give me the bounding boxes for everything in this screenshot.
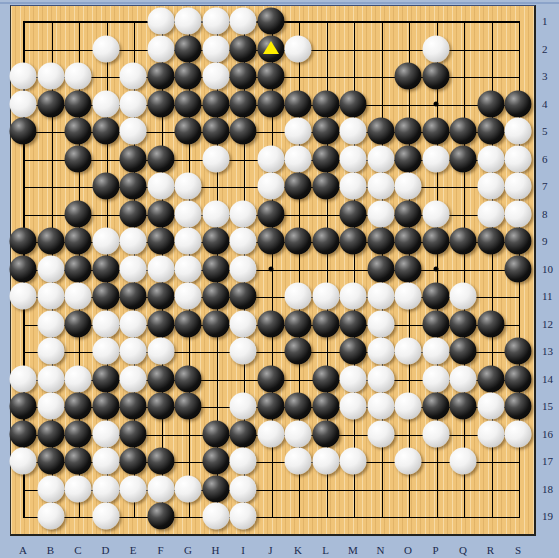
- black-stone: [505, 393, 532, 420]
- white-stone: [230, 338, 257, 365]
- black-stone: [450, 338, 477, 365]
- white-stone: [367, 310, 394, 337]
- white-stone: [175, 475, 202, 502]
- black-stone: [120, 448, 147, 475]
- white-stone: [230, 255, 257, 282]
- white-stone: [37, 338, 64, 365]
- row-label-9: 9: [542, 236, 548, 247]
- black-stone: [230, 283, 257, 310]
- black-stone: [10, 118, 37, 145]
- white-stone: [285, 420, 312, 447]
- white-stone: [175, 255, 202, 282]
- white-stone: [202, 63, 229, 90]
- column-label-I: I: [241, 545, 245, 556]
- row-label-8: 8: [542, 208, 548, 219]
- black-stone: [477, 228, 504, 255]
- white-stone: [367, 173, 394, 200]
- white-stone: [285, 145, 312, 172]
- white-stone: [37, 310, 64, 337]
- white-stone: [477, 145, 504, 172]
- black-stone: [92, 173, 119, 200]
- white-stone: [92, 338, 119, 365]
- white-stone: [120, 118, 147, 145]
- white-stone: [395, 338, 422, 365]
- black-stone: [230, 90, 257, 117]
- black-stone: [230, 63, 257, 90]
- black-stone: [175, 63, 202, 90]
- column-label-H: H: [212, 545, 220, 556]
- black-stone: [340, 310, 367, 337]
- column-label-Q: Q: [459, 545, 467, 556]
- black-stone: [450, 393, 477, 420]
- black-stone: [312, 393, 339, 420]
- white-stone: [120, 63, 147, 90]
- white-stone: [477, 393, 504, 420]
- white-stone: [422, 365, 449, 392]
- black-stone: [202, 228, 229, 255]
- black-stone: [37, 448, 64, 475]
- black-stone: [65, 200, 92, 227]
- white-stone: [257, 420, 284, 447]
- black-stone: [422, 118, 449, 145]
- row-label-15: 15: [542, 401, 553, 412]
- black-stone: [37, 228, 64, 255]
- white-stone: [10, 90, 37, 117]
- white-stone: [230, 228, 257, 255]
- black-stone: [120, 283, 147, 310]
- black-stone: [312, 228, 339, 255]
- black-stone: [312, 173, 339, 200]
- white-stone: [312, 448, 339, 475]
- black-stone: [422, 393, 449, 420]
- white-stone: [340, 118, 367, 145]
- white-stone: [367, 393, 394, 420]
- white-stone: [422, 200, 449, 227]
- black-stone: [37, 420, 64, 447]
- column-label-B: B: [47, 545, 54, 556]
- row-label-14: 14: [542, 373, 553, 384]
- black-stone: [65, 393, 92, 420]
- white-stone: [395, 283, 422, 310]
- black-stone: [175, 310, 202, 337]
- white-stone: [10, 63, 37, 90]
- black-stone: [505, 338, 532, 365]
- white-stone: [450, 448, 477, 475]
- white-stone: [120, 310, 147, 337]
- black-stone: [450, 118, 477, 145]
- black-stone: [395, 255, 422, 282]
- star-point: [268, 266, 273, 271]
- white-stone: [230, 310, 257, 337]
- white-stone: [120, 228, 147, 255]
- black-stone: [92, 255, 119, 282]
- white-stone: [367, 145, 394, 172]
- white-stone: [202, 8, 229, 35]
- white-stone: [120, 338, 147, 365]
- black-stone: [37, 90, 64, 117]
- black-stone: [10, 420, 37, 447]
- white-stone: [477, 173, 504, 200]
- white-stone: [10, 365, 37, 392]
- window-top-accent: [0, 2, 559, 4]
- row-label-3: 3: [542, 71, 548, 82]
- black-stone: [505, 365, 532, 392]
- white-stone: [422, 338, 449, 365]
- black-stone: [312, 365, 339, 392]
- white-stone: [37, 503, 64, 530]
- black-stone: [257, 365, 284, 392]
- white-stone: [230, 475, 257, 502]
- black-stone: [10, 255, 37, 282]
- black-stone: [257, 90, 284, 117]
- column-label-P: P: [432, 545, 438, 556]
- white-stone: [422, 420, 449, 447]
- black-stone: [285, 338, 312, 365]
- row-label-11: 11: [542, 291, 553, 302]
- row-label-16: 16: [542, 428, 553, 439]
- black-stone: [285, 393, 312, 420]
- column-label-D: D: [102, 545, 110, 556]
- white-stone: [65, 283, 92, 310]
- black-stone: [10, 393, 37, 420]
- white-stone: [450, 365, 477, 392]
- black-stone: [147, 90, 174, 117]
- black-stone: [147, 145, 174, 172]
- black-stone: [395, 200, 422, 227]
- white-stone: [65, 63, 92, 90]
- black-stone: [285, 90, 312, 117]
- black-stone: [92, 118, 119, 145]
- black-stone: [147, 503, 174, 530]
- star-point: [433, 266, 438, 271]
- column-label-K: K: [294, 545, 302, 556]
- column-label-O: O: [404, 545, 412, 556]
- black-stone: [505, 255, 532, 282]
- white-stone: [92, 90, 119, 117]
- white-stone: [147, 35, 174, 62]
- white-stone: [202, 503, 229, 530]
- black-stone: [257, 310, 284, 337]
- white-stone: [340, 283, 367, 310]
- black-stone: [65, 145, 92, 172]
- white-stone: [230, 503, 257, 530]
- black-stone: [147, 448, 174, 475]
- black-stone: [120, 393, 147, 420]
- white-stone: [285, 118, 312, 145]
- black-stone: [450, 310, 477, 337]
- white-stone: [505, 145, 532, 172]
- black-stone: [422, 63, 449, 90]
- white-stone: [312, 283, 339, 310]
- white-stone: [340, 173, 367, 200]
- black-stone: [257, 63, 284, 90]
- black-stone: [202, 255, 229, 282]
- black-stone: [340, 90, 367, 117]
- white-stone: [120, 475, 147, 502]
- white-stone: [147, 475, 174, 502]
- white-stone: [340, 393, 367, 420]
- black-stone: [147, 310, 174, 337]
- black-stone: [202, 420, 229, 447]
- star-point: [433, 101, 438, 106]
- white-stone: [477, 420, 504, 447]
- black-stone: [422, 283, 449, 310]
- black-stone: [477, 310, 504, 337]
- column-label-G: G: [184, 545, 192, 556]
- black-stone: [477, 90, 504, 117]
- white-stone: [10, 283, 37, 310]
- row-label-17: 17: [542, 456, 553, 467]
- black-stone: [257, 8, 284, 35]
- column-label-L: L: [322, 545, 329, 556]
- white-stone: [230, 8, 257, 35]
- white-stone: [395, 173, 422, 200]
- column-label-J: J: [268, 545, 272, 556]
- black-stone: [65, 118, 92, 145]
- black-stone: [147, 283, 174, 310]
- row-label-7: 7: [542, 181, 548, 192]
- white-stone: [450, 283, 477, 310]
- row-label-5: 5: [542, 126, 548, 137]
- white-stone: [477, 200, 504, 227]
- white-stone: [422, 35, 449, 62]
- white-stone: [367, 283, 394, 310]
- white-stone: [92, 475, 119, 502]
- black-stone: [312, 310, 339, 337]
- column-label-N: N: [377, 545, 385, 556]
- black-stone: [202, 118, 229, 145]
- white-stone: [37, 475, 64, 502]
- white-stone: [257, 173, 284, 200]
- black-stone: [230, 35, 257, 62]
- black-stone: [147, 228, 174, 255]
- black-stone: [257, 200, 284, 227]
- white-stone: [230, 393, 257, 420]
- white-stone: [395, 448, 422, 475]
- black-stone: [175, 118, 202, 145]
- row-label-1: 1: [542, 16, 548, 27]
- black-stone: [230, 420, 257, 447]
- black-stone: [120, 145, 147, 172]
- black-stone: [202, 475, 229, 502]
- white-stone: [202, 145, 229, 172]
- black-stone: [92, 283, 119, 310]
- white-stone: [285, 35, 312, 62]
- white-stone: [175, 8, 202, 35]
- black-stone: [120, 200, 147, 227]
- black-stone: [120, 420, 147, 447]
- white-stone: [285, 283, 312, 310]
- row-label-2: 2: [542, 43, 548, 54]
- black-stone: [65, 228, 92, 255]
- white-stone: [422, 145, 449, 172]
- white-stone: [147, 255, 174, 282]
- white-stone: [10, 448, 37, 475]
- black-stone: [92, 365, 119, 392]
- black-stone: [120, 173, 147, 200]
- black-stone: [175, 35, 202, 62]
- row-label-19: 19: [542, 511, 553, 522]
- white-stone: [37, 393, 64, 420]
- black-stone: [422, 310, 449, 337]
- white-stone: [37, 283, 64, 310]
- white-stone: [175, 228, 202, 255]
- black-stone: [147, 200, 174, 227]
- black-stone: [312, 118, 339, 145]
- white-stone: [175, 283, 202, 310]
- column-label-S: S: [515, 545, 521, 556]
- black-stone: [202, 283, 229, 310]
- black-stone: [230, 118, 257, 145]
- white-stone: [147, 173, 174, 200]
- black-stone: [10, 228, 37, 255]
- white-stone: [92, 310, 119, 337]
- row-label-13: 13: [542, 346, 553, 357]
- black-stone: [505, 90, 532, 117]
- black-stone: [202, 310, 229, 337]
- black-stone: [285, 310, 312, 337]
- black-stone: [477, 118, 504, 145]
- white-stone: [395, 393, 422, 420]
- white-stone: [340, 365, 367, 392]
- white-stone: [92, 420, 119, 447]
- row-label-6: 6: [542, 153, 548, 164]
- black-stone: [285, 228, 312, 255]
- black-stone: [395, 228, 422, 255]
- white-stone: [367, 365, 394, 392]
- white-stone: [175, 200, 202, 227]
- white-stone: [37, 255, 64, 282]
- black-stone: [505, 228, 532, 255]
- white-stone: [285, 448, 312, 475]
- black-stone: [175, 90, 202, 117]
- black-stone: [147, 365, 174, 392]
- white-stone: [92, 503, 119, 530]
- black-stone: [312, 145, 339, 172]
- white-stone: [230, 200, 257, 227]
- black-stone: [257, 393, 284, 420]
- black-stone: [92, 393, 119, 420]
- black-stone: [257, 228, 284, 255]
- white-stone: [120, 365, 147, 392]
- black-stone: [312, 420, 339, 447]
- black-stone: [340, 338, 367, 365]
- row-label-12: 12: [542, 318, 553, 329]
- black-stone: [65, 90, 92, 117]
- column-label-M: M: [348, 545, 358, 556]
- white-stone: [65, 475, 92, 502]
- white-stone: [230, 448, 257, 475]
- white-stone: [120, 90, 147, 117]
- white-stone: [367, 338, 394, 365]
- white-stone: [505, 118, 532, 145]
- row-label-10: 10: [542, 263, 553, 274]
- white-stone: [340, 145, 367, 172]
- white-stone: [120, 255, 147, 282]
- white-stone: [340, 448, 367, 475]
- white-stone: [367, 420, 394, 447]
- black-stone: [395, 118, 422, 145]
- black-stone: [147, 63, 174, 90]
- black-stone: [202, 90, 229, 117]
- black-stone: [367, 118, 394, 145]
- black-stone: [477, 365, 504, 392]
- black-stone: [285, 173, 312, 200]
- black-stone: [147, 393, 174, 420]
- black-stone: [175, 365, 202, 392]
- row-label-18: 18: [542, 483, 553, 494]
- white-stone: [92, 228, 119, 255]
- black-stone: [340, 200, 367, 227]
- column-label-F: F: [157, 545, 163, 556]
- black-stone: [450, 145, 477, 172]
- white-stone: [37, 63, 64, 90]
- white-stone: [257, 145, 284, 172]
- black-stone: [450, 228, 477, 255]
- column-label-R: R: [487, 545, 494, 556]
- white-stone: [202, 200, 229, 227]
- white-stone: [147, 8, 174, 35]
- white-stone: [175, 173, 202, 200]
- column-label-C: C: [74, 545, 81, 556]
- go-game-screen: { "game": "go", "board": { "size": 19, "…: [0, 0, 559, 558]
- black-stone: [65, 448, 92, 475]
- black-stone: [340, 228, 367, 255]
- black-stone: [202, 448, 229, 475]
- last-move-triangle-marker: [263, 41, 279, 54]
- column-label-A: A: [19, 545, 27, 556]
- white-stone: [65, 365, 92, 392]
- white-stone: [147, 338, 174, 365]
- black-stone: [367, 228, 394, 255]
- white-stone: [505, 420, 532, 447]
- black-stone: [175, 393, 202, 420]
- black-stone: [65, 255, 92, 282]
- white-stone: [92, 35, 119, 62]
- white-stone: [367, 200, 394, 227]
- black-stone: [312, 90, 339, 117]
- black-stone: [367, 255, 394, 282]
- black-stone: [65, 310, 92, 337]
- white-stone: [37, 365, 64, 392]
- black-stone: [65, 420, 92, 447]
- black-stone: [395, 145, 422, 172]
- row-label-4: 4: [542, 98, 548, 109]
- black-stone: [395, 63, 422, 90]
- black-stone: [422, 228, 449, 255]
- column-label-E: E: [130, 545, 137, 556]
- white-stone: [505, 173, 532, 200]
- white-stone: [92, 448, 119, 475]
- white-stone: [202, 35, 229, 62]
- white-stone: [505, 200, 532, 227]
